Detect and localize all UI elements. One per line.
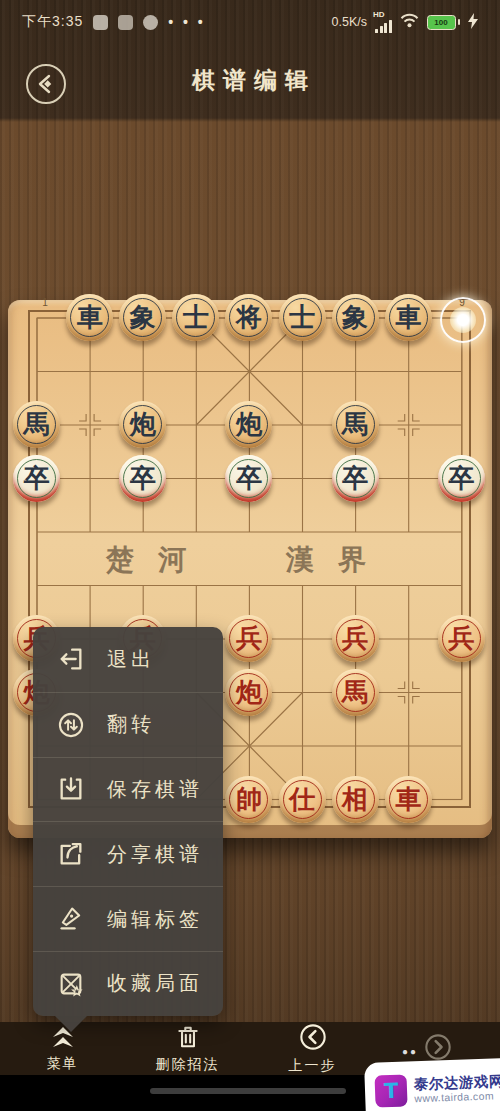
cell-signal-icon: HD [375, 12, 392, 33]
clock-text: 下午3:35 [22, 13, 83, 31]
menu-item-2[interactable]: 翻转 [33, 692, 223, 757]
hd-badge: HD [373, 10, 385, 19]
menu-item-5[interactable]: 编辑标签 [33, 886, 223, 951]
red-piece-兵[interactable]: 兵 [438, 615, 485, 662]
toolbar-label: 菜单 [47, 1055, 79, 1073]
watermark-url: www.tairda.com [414, 1089, 500, 1104]
editor-menu: 退出翻转保存棋谱分享棋谱编辑标签收藏局面 [33, 627, 223, 1016]
battery-level-text: 100 [434, 18, 447, 27]
covered-label-fragment: ●● [402, 1046, 418, 1057]
black-piece-士[interactable]: 士 [172, 294, 219, 341]
red-piece-帥[interactable]: 帥 [225, 776, 272, 823]
exit-icon [57, 645, 85, 673]
black-piece-将[interactable]: 将 [225, 294, 272, 341]
black-piece-卒[interactable]: 卒 [119, 455, 166, 502]
black-piece-卒[interactable]: 卒 [438, 455, 485, 502]
flip-icon [57, 711, 85, 739]
app-screen: 下午3:35 • • • 0.5K/s HD 100 [0, 0, 500, 1111]
tairda-logo: T [375, 1074, 408, 1107]
menu-item-6[interactable]: 收藏局面 [33, 951, 223, 1016]
red-piece-兵[interactable]: 兵 [225, 615, 272, 662]
page-title: 棋谱编辑 [0, 65, 500, 96]
toolbar-上一步[interactable]: 上一步 [250, 1022, 375, 1075]
toolbar-label: 上一步 [289, 1057, 337, 1075]
last-move-glow-marker [440, 297, 486, 343]
prev-circle-icon [299, 1023, 327, 1055]
notification-app-icon-2 [118, 15, 133, 30]
black-piece-馬[interactable]: 馬 [13, 401, 60, 448]
red-piece-馬[interactable]: 馬 [332, 669, 379, 716]
network-speed-text: 0.5K/s [332, 15, 367, 29]
battery-icon: 100 [427, 15, 461, 30]
share-icon [57, 840, 85, 868]
edit-tag-icon [57, 905, 85, 933]
trash-icon [175, 1024, 201, 1054]
black-piece-士[interactable]: 士 [279, 294, 326, 341]
save-icon [57, 775, 85, 803]
home-indicator[interactable] [150, 1088, 346, 1094]
black-piece-炮[interactable]: 炮 [225, 401, 272, 448]
black-piece-象[interactable]: 象 [119, 294, 166, 341]
menu-item-3[interactable]: 保存棋谱 [33, 757, 223, 822]
menu-item-label: 翻转 [107, 711, 155, 738]
wifi-icon [400, 13, 419, 31]
more-notifications-icon: • • • [168, 14, 205, 30]
menu-item-label: 退出 [107, 646, 155, 673]
charging-bolt-icon [468, 13, 478, 32]
black-piece-卒[interactable]: 卒 [225, 455, 272, 502]
notification-app-icon-3 [143, 15, 158, 30]
menu-item-4[interactable]: 分享棋谱 [33, 821, 223, 886]
black-piece-車[interactable]: 車 [385, 294, 432, 341]
black-piece-卒[interactable]: 卒 [332, 455, 379, 502]
status-bar: 下午3:35 • • • 0.5K/s HD 100 [0, 0, 500, 44]
site-watermark: T 泰尔达游戏网 www.tairda.com [364, 1058, 500, 1111]
toolbar-删除招法[interactable]: 删除招法 [125, 1022, 250, 1075]
menu-item-label: 收藏局面 [107, 970, 203, 997]
menu-item-label: 编辑标签 [107, 906, 203, 933]
menu-item-label: 保存棋谱 [107, 776, 203, 803]
red-piece-相[interactable]: 相 [332, 776, 379, 823]
notification-app-icon-1 [93, 15, 108, 30]
black-piece-卒[interactable]: 卒 [13, 455, 60, 502]
black-piece-馬[interactable]: 馬 [332, 401, 379, 448]
menu-item-label: 分享棋谱 [107, 841, 203, 868]
black-piece-炮[interactable]: 炮 [119, 401, 166, 448]
collect-icon [57, 970, 85, 998]
red-piece-車[interactable]: 車 [385, 776, 432, 823]
title-bar: 棋谱编辑 [0, 56, 500, 116]
black-piece-象[interactable]: 象 [332, 294, 379, 341]
toolbar-label: 删除招法 [156, 1056, 220, 1074]
red-piece-炮[interactable]: 炮 [225, 669, 272, 716]
red-piece-兵[interactable]: 兵 [332, 615, 379, 662]
black-piece-車[interactable]: 車 [66, 294, 113, 341]
red-piece-仕[interactable]: 仕 [279, 776, 326, 823]
menu-item-1[interactable]: 退出 [33, 627, 223, 692]
